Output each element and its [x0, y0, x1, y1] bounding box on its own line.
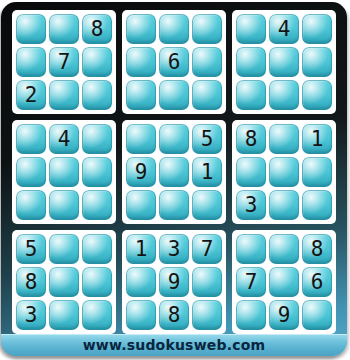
cell-r1c1[interactable] — [16, 14, 46, 44]
footer-bar: www.sudokusweb.com — [1, 334, 347, 356]
cell-r1c9[interactable] — [302, 14, 332, 44]
cell-r9c5[interactable]: 8 — [159, 300, 189, 330]
cell-r2c4[interactable] — [126, 47, 156, 77]
cell-r4c2[interactable]: 4 — [49, 124, 79, 154]
box-7: 583 — [12, 230, 116, 334]
cell-r8c7[interactable]: 7 — [236, 267, 266, 297]
cell-r6c3[interactable] — [82, 190, 112, 220]
cell-r5c5[interactable] — [159, 157, 189, 187]
cell-r9c1[interactable]: 3 — [16, 300, 46, 330]
cell-r6c8[interactable] — [269, 190, 299, 220]
box-6: 813 — [232, 120, 336, 224]
cell-r2c1[interactable] — [16, 47, 46, 77]
sudoku-board: 872644591813583137988769 — [12, 10, 336, 334]
board-frame: 872644591813583137988769 www.sudokusweb.… — [1, 2, 347, 356]
cell-r4c9[interactable]: 1 — [302, 124, 332, 154]
cell-r9c2[interactable] — [49, 300, 79, 330]
cell-r3c2[interactable] — [49, 80, 79, 110]
cell-r3c8[interactable] — [269, 80, 299, 110]
box-4: 4 — [12, 120, 116, 224]
cell-r5c6[interactable]: 1 — [192, 157, 222, 187]
cell-r7c6[interactable]: 7 — [192, 234, 222, 264]
cell-r2c5[interactable]: 6 — [159, 47, 189, 77]
cell-r7c4[interactable]: 1 — [126, 234, 156, 264]
cell-r5c9[interactable] — [302, 157, 332, 187]
cell-r1c5[interactable] — [159, 14, 189, 44]
cell-r4c3[interactable] — [82, 124, 112, 154]
cell-r3c6[interactable] — [192, 80, 222, 110]
cell-r9c8[interactable]: 9 — [269, 300, 299, 330]
cell-r4c5[interactable] — [159, 124, 189, 154]
cell-r2c7[interactable] — [236, 47, 266, 77]
cell-r6c9[interactable] — [302, 190, 332, 220]
cell-r2c9[interactable] — [302, 47, 332, 77]
cell-r6c6[interactable] — [192, 190, 222, 220]
sudoku-widget: 872644591813583137988769 www.sudokusweb.… — [0, 0, 350, 360]
cell-r8c6[interactable] — [192, 267, 222, 297]
cell-r1c8[interactable]: 4 — [269, 14, 299, 44]
box-8: 13798 — [122, 230, 226, 334]
cell-r6c1[interactable] — [16, 190, 46, 220]
cell-r5c3[interactable] — [82, 157, 112, 187]
cell-r4c7[interactable]: 8 — [236, 124, 266, 154]
cell-r3c3[interactable] — [82, 80, 112, 110]
cell-r9c9[interactable] — [302, 300, 332, 330]
cell-r3c9[interactable] — [302, 80, 332, 110]
cell-r7c8[interactable] — [269, 234, 299, 264]
cell-r7c9[interactable]: 8 — [302, 234, 332, 264]
cell-r3c5[interactable] — [159, 80, 189, 110]
cell-r6c7[interactable]: 3 — [236, 190, 266, 220]
cell-r1c2[interactable] — [49, 14, 79, 44]
cell-r8c4[interactable] — [126, 267, 156, 297]
cell-r5c1[interactable] — [16, 157, 46, 187]
cell-r7c1[interactable]: 5 — [16, 234, 46, 264]
cell-r9c4[interactable] — [126, 300, 156, 330]
box-3: 4 — [232, 10, 336, 114]
cell-r4c4[interactable] — [126, 124, 156, 154]
website-link[interactable]: www.sudokusweb.com — [83, 337, 266, 353]
cell-r8c3[interactable] — [82, 267, 112, 297]
cell-r5c8[interactable] — [269, 157, 299, 187]
cell-r1c3[interactable]: 8 — [82, 14, 112, 44]
cell-r5c2[interactable] — [49, 157, 79, 187]
box-1: 872 — [12, 10, 116, 114]
cell-r9c7[interactable] — [236, 300, 266, 330]
cell-r5c4[interactable]: 9 — [126, 157, 156, 187]
cell-r2c2[interactable]: 7 — [49, 47, 79, 77]
cell-r5c7[interactable] — [236, 157, 266, 187]
cell-r6c5[interactable] — [159, 190, 189, 220]
cell-r3c4[interactable] — [126, 80, 156, 110]
cell-r8c5[interactable]: 9 — [159, 267, 189, 297]
cell-r2c3[interactable] — [82, 47, 112, 77]
box-2: 6 — [122, 10, 226, 114]
cell-r2c6[interactable] — [192, 47, 222, 77]
cell-r8c9[interactable]: 6 — [302, 267, 332, 297]
cell-r4c8[interactable] — [269, 124, 299, 154]
cell-r9c3[interactable] — [82, 300, 112, 330]
cell-r1c7[interactable] — [236, 14, 266, 44]
cell-r8c8[interactable] — [269, 267, 299, 297]
cell-r6c2[interactable] — [49, 190, 79, 220]
cell-r1c6[interactable] — [192, 14, 222, 44]
cell-r3c7[interactable] — [236, 80, 266, 110]
cell-r7c5[interactable]: 3 — [159, 234, 189, 264]
cell-r8c2[interactable] — [49, 267, 79, 297]
cell-r4c1[interactable] — [16, 124, 46, 154]
box-9: 8769 — [232, 230, 336, 334]
box-5: 591 — [122, 120, 226, 224]
cell-r6c4[interactable] — [126, 190, 156, 220]
cell-r7c3[interactable] — [82, 234, 112, 264]
cell-r3c1[interactable]: 2 — [16, 80, 46, 110]
cell-r7c2[interactable] — [49, 234, 79, 264]
cell-r8c1[interactable]: 8 — [16, 267, 46, 297]
cell-r9c6[interactable] — [192, 300, 222, 330]
cell-r1c4[interactable] — [126, 14, 156, 44]
cell-r4c6[interactable]: 5 — [192, 124, 222, 154]
cell-r7c7[interactable] — [236, 234, 266, 264]
cell-r2c8[interactable] — [269, 47, 299, 77]
